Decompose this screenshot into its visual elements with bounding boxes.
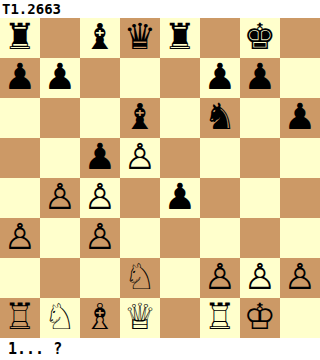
square-c8[interactable]: ♝ bbox=[80, 18, 120, 58]
square-h4[interactable] bbox=[280, 178, 320, 218]
square-d7[interactable] bbox=[120, 58, 160, 98]
square-e8[interactable]: ♜ bbox=[160, 18, 200, 58]
piece-black-king: ♚ bbox=[244, 19, 276, 55]
piece-black-rook: ♜ bbox=[4, 19, 36, 55]
piece-black-pawn: ♟ bbox=[204, 59, 236, 95]
square-c2[interactable] bbox=[80, 258, 120, 298]
square-c4[interactable]: ♙ bbox=[80, 178, 120, 218]
piece-black-pawn: ♟ bbox=[44, 59, 76, 95]
puzzle-id: T1.2663 bbox=[2, 1, 61, 17]
square-f8[interactable] bbox=[200, 18, 240, 58]
square-f7[interactable]: ♟ bbox=[200, 58, 240, 98]
piece-black-bishop: ♝ bbox=[84, 19, 116, 55]
piece-white-rook: ♖ bbox=[204, 299, 236, 335]
square-a5[interactable] bbox=[0, 138, 40, 178]
square-d1[interactable]: ♕ bbox=[120, 298, 160, 338]
square-b7[interactable]: ♟ bbox=[40, 58, 80, 98]
square-g1[interactable]: ♔ bbox=[240, 298, 280, 338]
square-d3[interactable] bbox=[120, 218, 160, 258]
square-b6[interactable] bbox=[40, 98, 80, 138]
piece-white-pawn: ♙ bbox=[44, 179, 76, 215]
square-g2[interactable]: ♙ bbox=[240, 258, 280, 298]
chess-trainer-window: T1.2663 ♜♝♛♜♚♟♟♟♟♝♞♟♟♙♙♙♟♙♙♘♙♙♙♖♘♗♕♖♔ 1.… bbox=[0, 0, 320, 360]
piece-white-knight: ♘ bbox=[124, 259, 156, 295]
square-f2[interactable]: ♙ bbox=[200, 258, 240, 298]
piece-white-pawn: ♙ bbox=[204, 259, 236, 295]
square-h5[interactable] bbox=[280, 138, 320, 178]
piece-black-pawn: ♟ bbox=[284, 99, 316, 135]
square-g5[interactable] bbox=[240, 138, 280, 178]
square-b4[interactable]: ♙ bbox=[40, 178, 80, 218]
square-h3[interactable] bbox=[280, 218, 320, 258]
square-g8[interactable]: ♚ bbox=[240, 18, 280, 58]
piece-black-pawn: ♟ bbox=[244, 59, 276, 95]
square-e5[interactable] bbox=[160, 138, 200, 178]
piece-black-queen: ♛ bbox=[124, 19, 156, 55]
piece-black-rook: ♜ bbox=[164, 19, 196, 55]
piece-white-queen: ♕ bbox=[124, 299, 156, 335]
square-d2[interactable]: ♘ bbox=[120, 258, 160, 298]
piece-black-pawn: ♟ bbox=[164, 179, 196, 215]
square-g7[interactable]: ♟ bbox=[240, 58, 280, 98]
square-h8[interactable] bbox=[280, 18, 320, 58]
piece-white-pawn: ♙ bbox=[284, 259, 316, 295]
caption-bar: 1... ? bbox=[0, 338, 320, 360]
square-f4[interactable] bbox=[200, 178, 240, 218]
chess-board: ♜♝♛♜♚♟♟♟♟♝♞♟♟♙♙♙♟♙♙♘♙♙♙♖♘♗♕♖♔ bbox=[0, 18, 320, 338]
square-e7[interactable] bbox=[160, 58, 200, 98]
square-e3[interactable] bbox=[160, 218, 200, 258]
square-g4[interactable] bbox=[240, 178, 280, 218]
piece-white-bishop: ♗ bbox=[84, 299, 116, 335]
piece-white-rook: ♖ bbox=[4, 299, 36, 335]
piece-white-pawn: ♙ bbox=[4, 219, 36, 255]
square-f1[interactable]: ♖ bbox=[200, 298, 240, 338]
piece-white-pawn: ♙ bbox=[84, 219, 116, 255]
square-e1[interactable] bbox=[160, 298, 200, 338]
square-e6[interactable] bbox=[160, 98, 200, 138]
piece-white-pawn: ♙ bbox=[124, 139, 156, 175]
square-c6[interactable] bbox=[80, 98, 120, 138]
square-a7[interactable]: ♟ bbox=[0, 58, 40, 98]
square-b5[interactable] bbox=[40, 138, 80, 178]
square-d6[interactable]: ♝ bbox=[120, 98, 160, 138]
square-f3[interactable] bbox=[200, 218, 240, 258]
square-g6[interactable] bbox=[240, 98, 280, 138]
square-h6[interactable]: ♟ bbox=[280, 98, 320, 138]
piece-black-knight: ♞ bbox=[204, 99, 236, 135]
piece-white-king: ♔ bbox=[244, 299, 276, 335]
piece-black-bishop: ♝ bbox=[124, 99, 156, 135]
square-c1[interactable]: ♗ bbox=[80, 298, 120, 338]
square-h2[interactable]: ♙ bbox=[280, 258, 320, 298]
piece-white-pawn: ♙ bbox=[244, 259, 276, 295]
square-h1[interactable] bbox=[280, 298, 320, 338]
piece-white-knight: ♘ bbox=[44, 299, 76, 335]
square-a6[interactable] bbox=[0, 98, 40, 138]
square-b3[interactable] bbox=[40, 218, 80, 258]
square-a2[interactable] bbox=[0, 258, 40, 298]
square-a8[interactable]: ♜ bbox=[0, 18, 40, 58]
square-b8[interactable] bbox=[40, 18, 80, 58]
piece-black-pawn: ♟ bbox=[4, 59, 36, 95]
square-a1[interactable]: ♖ bbox=[0, 298, 40, 338]
square-a3[interactable]: ♙ bbox=[0, 218, 40, 258]
square-g3[interactable] bbox=[240, 218, 280, 258]
square-d8[interactable]: ♛ bbox=[120, 18, 160, 58]
square-d5[interactable]: ♙ bbox=[120, 138, 160, 178]
square-a4[interactable] bbox=[0, 178, 40, 218]
square-h7[interactable] bbox=[280, 58, 320, 98]
square-c7[interactable] bbox=[80, 58, 120, 98]
square-c3[interactable]: ♙ bbox=[80, 218, 120, 258]
square-e2[interactable] bbox=[160, 258, 200, 298]
square-f6[interactable]: ♞ bbox=[200, 98, 240, 138]
square-f5[interactable] bbox=[200, 138, 240, 178]
piece-white-pawn: ♙ bbox=[84, 179, 116, 215]
square-b1[interactable]: ♘ bbox=[40, 298, 80, 338]
square-b2[interactable] bbox=[40, 258, 80, 298]
square-d4[interactable] bbox=[120, 178, 160, 218]
square-e4[interactable]: ♟ bbox=[160, 178, 200, 218]
piece-black-pawn: ♟ bbox=[84, 139, 116, 175]
square-c5[interactable]: ♟ bbox=[80, 138, 120, 178]
move-prompt: 1... ? bbox=[8, 340, 62, 358]
